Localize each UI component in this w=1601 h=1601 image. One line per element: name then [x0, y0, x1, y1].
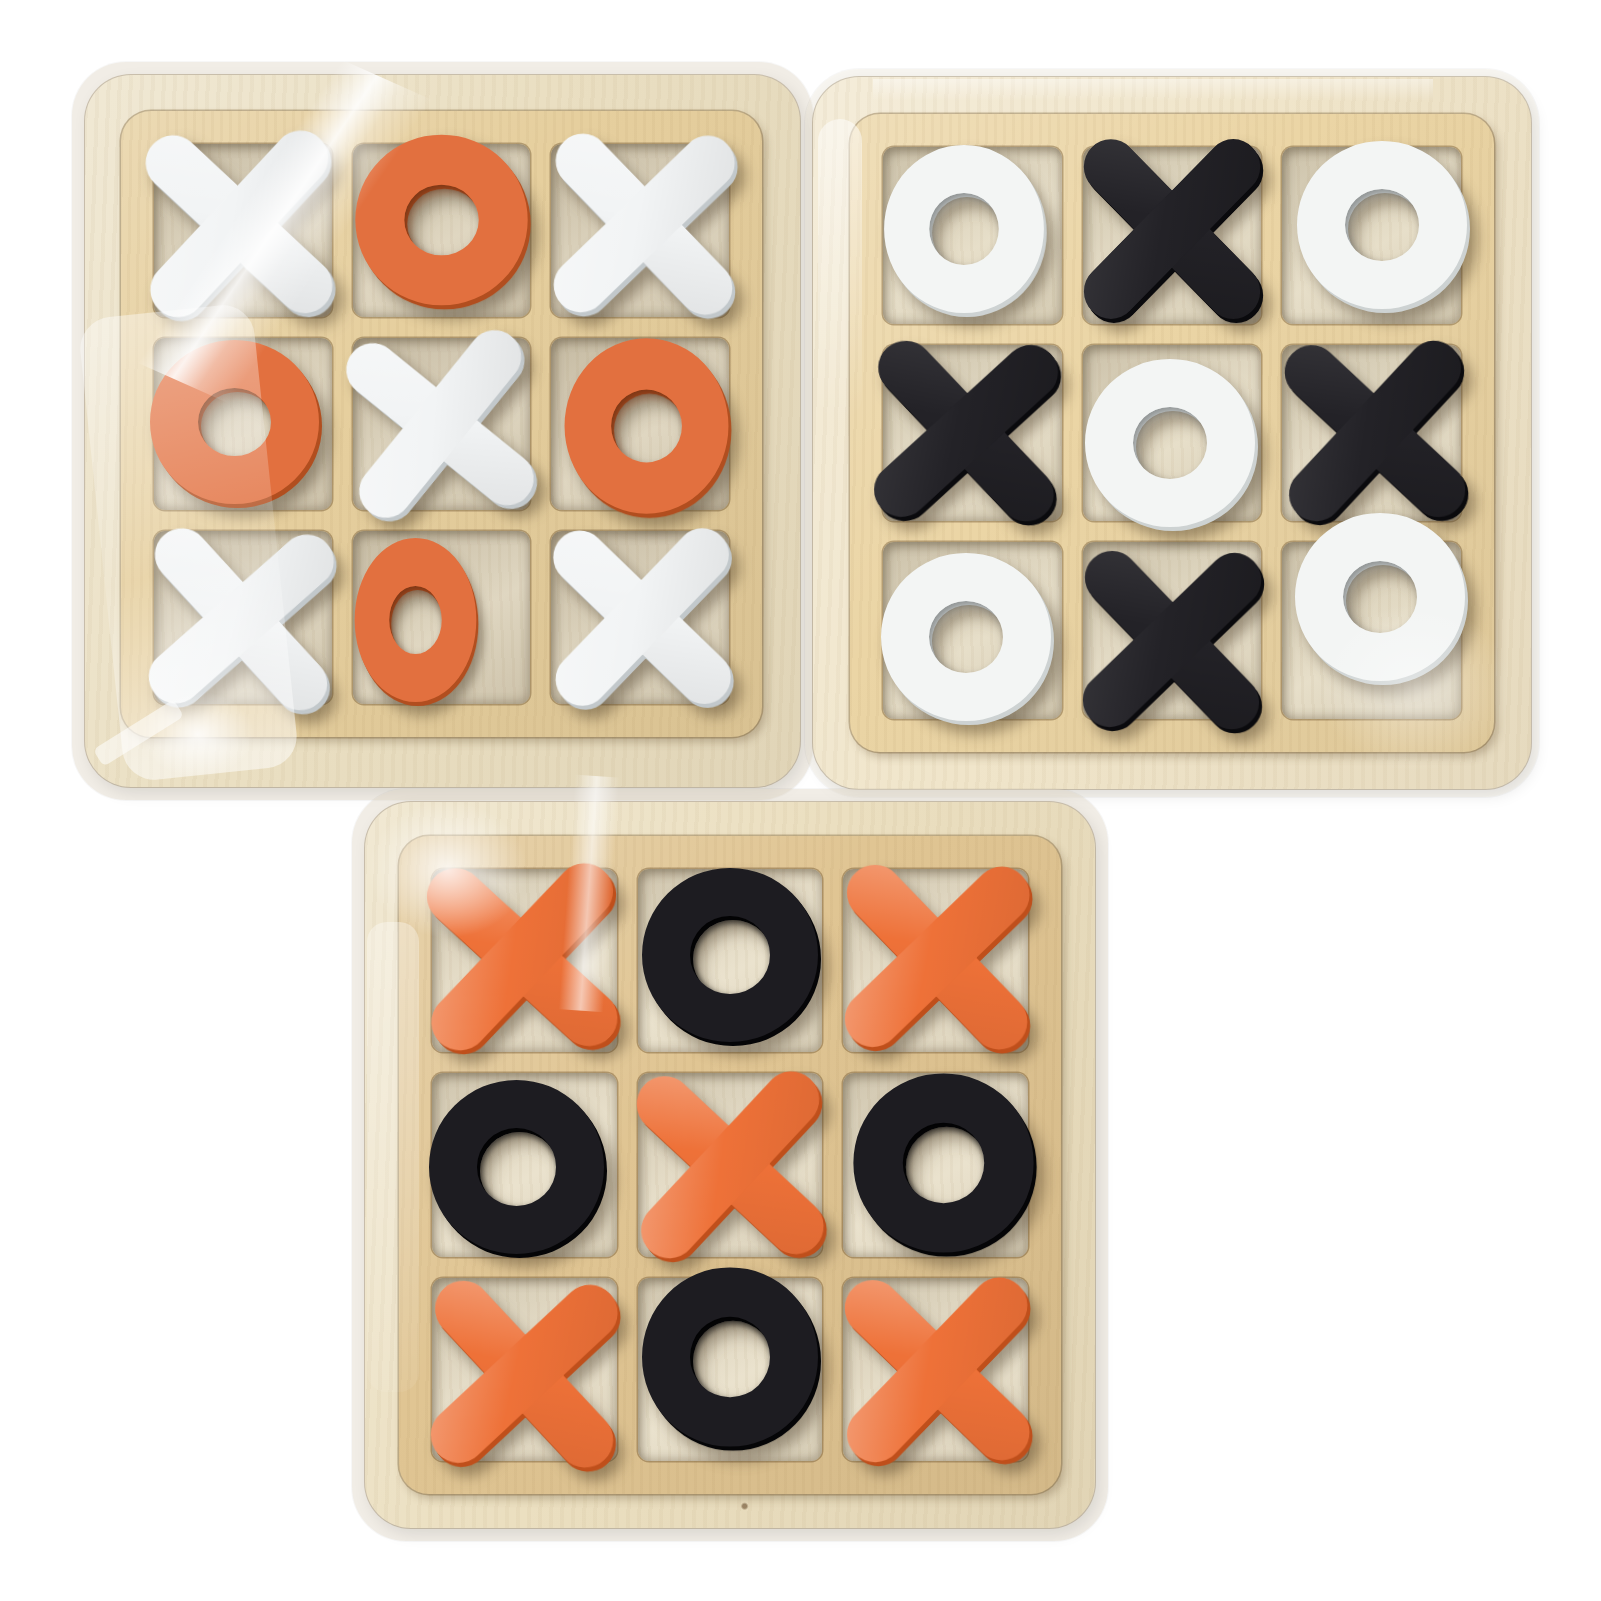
o-piece[interactable] — [885, 145, 1045, 313]
cell-r3c3[interactable] — [1282, 542, 1461, 719]
x-piece[interactable] — [146, 529, 336, 711]
cell-r2c1[interactable] — [432, 1073, 617, 1256]
x-piece[interactable] — [1081, 551, 1263, 731]
x-piece[interactable] — [1083, 139, 1262, 319]
cell-r2c3[interactable] — [1282, 345, 1461, 522]
cell-r2c1[interactable] — [883, 345, 1062, 522]
grid-frame — [850, 114, 1494, 752]
grid-frame — [121, 111, 762, 737]
cell-r1c3[interactable] — [1282, 147, 1461, 324]
cell-r2c3[interactable] — [551, 338, 729, 511]
o-piece[interactable] — [429, 1080, 604, 1254]
cell-r1c1[interactable] — [154, 144, 332, 317]
cell-r2c2[interactable] — [638, 1073, 823, 1256]
cell-r1c1[interactable] — [883, 147, 1062, 324]
cell-r3c3[interactable] — [551, 531, 729, 704]
o-piece[interactable] — [1297, 141, 1467, 309]
o-piece[interactable] — [642, 868, 817, 1042]
cell-r1c1[interactable] — [432, 869, 617, 1052]
cell-r3c2[interactable] — [353, 531, 531, 704]
o-piece[interactable] — [1085, 359, 1255, 527]
x-piece[interactable] — [425, 862, 620, 1052]
board-top-right — [813, 77, 1531, 789]
cell-r2c1[interactable] — [154, 338, 332, 511]
o-piece[interactable] — [564, 338, 728, 514]
cell-r1c3[interactable] — [551, 144, 729, 317]
cell-r2c2[interactable] — [1083, 345, 1262, 522]
o-piece[interactable] — [642, 1268, 817, 1447]
x-piece[interactable] — [844, 1276, 1032, 1463]
x-piece[interactable] — [872, 340, 1060, 523]
cell-r3c2[interactable] — [1083, 542, 1262, 719]
cell-r2c3[interactable] — [843, 1073, 1028, 1256]
cell-r1c3[interactable] — [843, 869, 1028, 1052]
cell-r3c1[interactable] — [432, 1278, 617, 1461]
x-piece[interactable] — [429, 1278, 620, 1468]
o-piece[interactable] — [355, 135, 527, 306]
o-piece[interactable] — [355, 538, 477, 702]
cell-r3c1[interactable] — [154, 531, 332, 704]
cell-r2c2[interactable] — [353, 338, 531, 511]
x-piece[interactable] — [552, 135, 736, 314]
o-piece[interactable] — [881, 553, 1051, 721]
grid-frame — [399, 836, 1061, 1494]
cell-r3c1[interactable] — [883, 542, 1062, 719]
o-piece[interactable] — [853, 1073, 1034, 1252]
tic-tac-toe-product-photo — [0, 0, 1601, 1601]
x-piece[interactable] — [342, 329, 537, 519]
o-piece[interactable] — [1295, 513, 1465, 681]
cell-r1c2[interactable] — [1083, 147, 1262, 324]
x-piece[interactable] — [1283, 340, 1468, 523]
o-piece[interactable] — [150, 340, 319, 504]
x-piece[interactable] — [844, 863, 1032, 1050]
board-top-left — [85, 75, 800, 787]
x-piece[interactable] — [635, 1070, 826, 1260]
x-piece[interactable] — [143, 131, 334, 317]
cell-r3c3[interactable] — [843, 1278, 1028, 1461]
x-piece[interactable] — [552, 530, 733, 706]
cell-r3c2[interactable] — [638, 1278, 823, 1461]
cell-r1c2[interactable] — [353, 144, 531, 317]
board-bottom-center — [365, 802, 1095, 1528]
cell-r1c2[interactable] — [638, 869, 823, 1052]
